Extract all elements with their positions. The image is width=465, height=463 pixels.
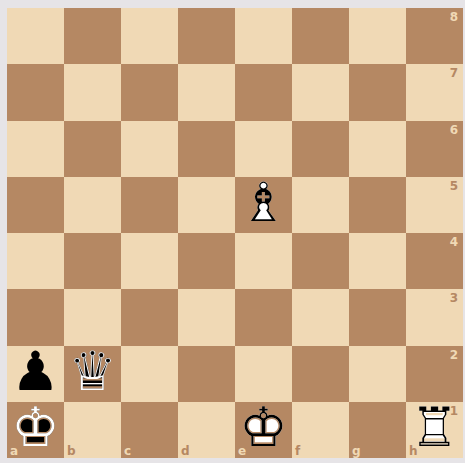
black-queen-glyph: ♕ xyxy=(68,344,116,398)
square-g6[interactable] xyxy=(349,121,406,177)
file-label-g: g xyxy=(352,445,361,457)
square-e4[interactable] xyxy=(235,233,292,289)
square-c5[interactable] xyxy=(121,177,178,233)
square-d2[interactable] xyxy=(178,346,235,402)
piece-black-queen[interactable]: ♛♕ xyxy=(64,346,121,402)
rank-label-8: 8 xyxy=(450,11,458,23)
file-label-c: c xyxy=(124,445,131,457)
file-label-h: h xyxy=(409,445,418,457)
square-d3[interactable] xyxy=(178,289,235,345)
file-label-e: e xyxy=(238,445,246,457)
square-f1[interactable]: f xyxy=(292,402,349,458)
square-f3[interactable] xyxy=(292,289,349,345)
square-d4[interactable] xyxy=(178,233,235,289)
square-a5[interactable] xyxy=(7,177,64,233)
square-d5[interactable] xyxy=(178,177,235,233)
square-f2[interactable] xyxy=(292,346,349,402)
white-bishop-glyph: ♗ xyxy=(239,176,287,230)
chess-board: 876♝♗543♟♛♕2a♚♔bcde♚♔fgh1♜♖ xyxy=(7,8,463,458)
square-h5[interactable]: 5 xyxy=(406,177,463,233)
square-c7[interactable] xyxy=(121,64,178,120)
page: 876♝♗543♟♛♕2a♚♔bcde♚♔fgh1♜♖ xyxy=(0,0,465,463)
square-f5[interactable] xyxy=(292,177,349,233)
square-a8[interactable] xyxy=(7,8,64,64)
square-f4[interactable] xyxy=(292,233,349,289)
square-d7[interactable] xyxy=(178,64,235,120)
square-e3[interactable] xyxy=(235,289,292,345)
square-b5[interactable] xyxy=(64,177,121,233)
square-e5[interactable]: ♝♗ xyxy=(235,177,292,233)
square-g8[interactable] xyxy=(349,8,406,64)
square-h4[interactable]: 4 xyxy=(406,233,463,289)
square-g4[interactable] xyxy=(349,233,406,289)
square-h6[interactable]: 6 xyxy=(406,121,463,177)
square-c6[interactable] xyxy=(121,121,178,177)
square-e8[interactable] xyxy=(235,8,292,64)
square-c2[interactable] xyxy=(121,346,178,402)
square-a3[interactable] xyxy=(7,289,64,345)
square-f7[interactable] xyxy=(292,64,349,120)
rank-label-7: 7 xyxy=(450,67,458,79)
square-g1[interactable]: g xyxy=(349,402,406,458)
rank-label-3: 3 xyxy=(450,292,458,304)
square-b1[interactable]: b xyxy=(64,402,121,458)
square-d8[interactable] xyxy=(178,8,235,64)
square-f6[interactable] xyxy=(292,121,349,177)
piece-black-pawn[interactable]: ♟ xyxy=(7,346,64,402)
square-g5[interactable] xyxy=(349,177,406,233)
file-label-b: b xyxy=(67,445,76,457)
square-b8[interactable] xyxy=(64,8,121,64)
square-h8[interactable]: 8 xyxy=(406,8,463,64)
rank-label-2: 2 xyxy=(450,349,458,361)
rank-label-1: 1 xyxy=(450,405,458,417)
square-a7[interactable] xyxy=(7,64,64,120)
rank-label-6: 6 xyxy=(450,124,458,136)
black-pawn-glyph: ♟ xyxy=(11,344,59,398)
file-label-d: d xyxy=(181,445,190,457)
square-b4[interactable] xyxy=(64,233,121,289)
square-h2[interactable]: 2 xyxy=(406,346,463,402)
square-c8[interactable] xyxy=(121,8,178,64)
square-c3[interactable] xyxy=(121,289,178,345)
square-f8[interactable] xyxy=(292,8,349,64)
square-a2[interactable]: ♟ xyxy=(7,346,64,402)
square-e1[interactable]: e♚♔ xyxy=(235,402,292,458)
square-b2[interactable]: ♛♕ xyxy=(64,346,121,402)
square-a1[interactable]: a♚♔ xyxy=(7,402,64,458)
square-e7[interactable] xyxy=(235,64,292,120)
square-a4[interactable] xyxy=(7,233,64,289)
square-h1[interactable]: h1♜♖ xyxy=(406,402,463,458)
black-king-glyph: ♔ xyxy=(11,401,59,455)
square-d1[interactable]: d xyxy=(178,402,235,458)
square-b3[interactable] xyxy=(64,289,121,345)
square-g2[interactable] xyxy=(349,346,406,402)
square-c4[interactable] xyxy=(121,233,178,289)
square-e6[interactable] xyxy=(235,121,292,177)
square-a6[interactable] xyxy=(7,121,64,177)
file-label-a: a xyxy=(10,445,18,457)
file-label-f: f xyxy=(295,445,300,457)
rank-label-5: 5 xyxy=(450,180,458,192)
square-e2[interactable] xyxy=(235,346,292,402)
square-h3[interactable]: 3 xyxy=(406,289,463,345)
piece-white-bishop[interactable]: ♝♗ xyxy=(235,177,292,233)
white-king-glyph: ♔ xyxy=(239,401,287,455)
rank-label-4: 4 xyxy=(450,236,458,248)
square-g3[interactable] xyxy=(349,289,406,345)
square-c1[interactable]: c xyxy=(121,402,178,458)
square-d6[interactable] xyxy=(178,121,235,177)
square-h7[interactable]: 7 xyxy=(406,64,463,120)
square-b7[interactable] xyxy=(64,64,121,120)
square-g7[interactable] xyxy=(349,64,406,120)
square-b6[interactable] xyxy=(64,121,121,177)
